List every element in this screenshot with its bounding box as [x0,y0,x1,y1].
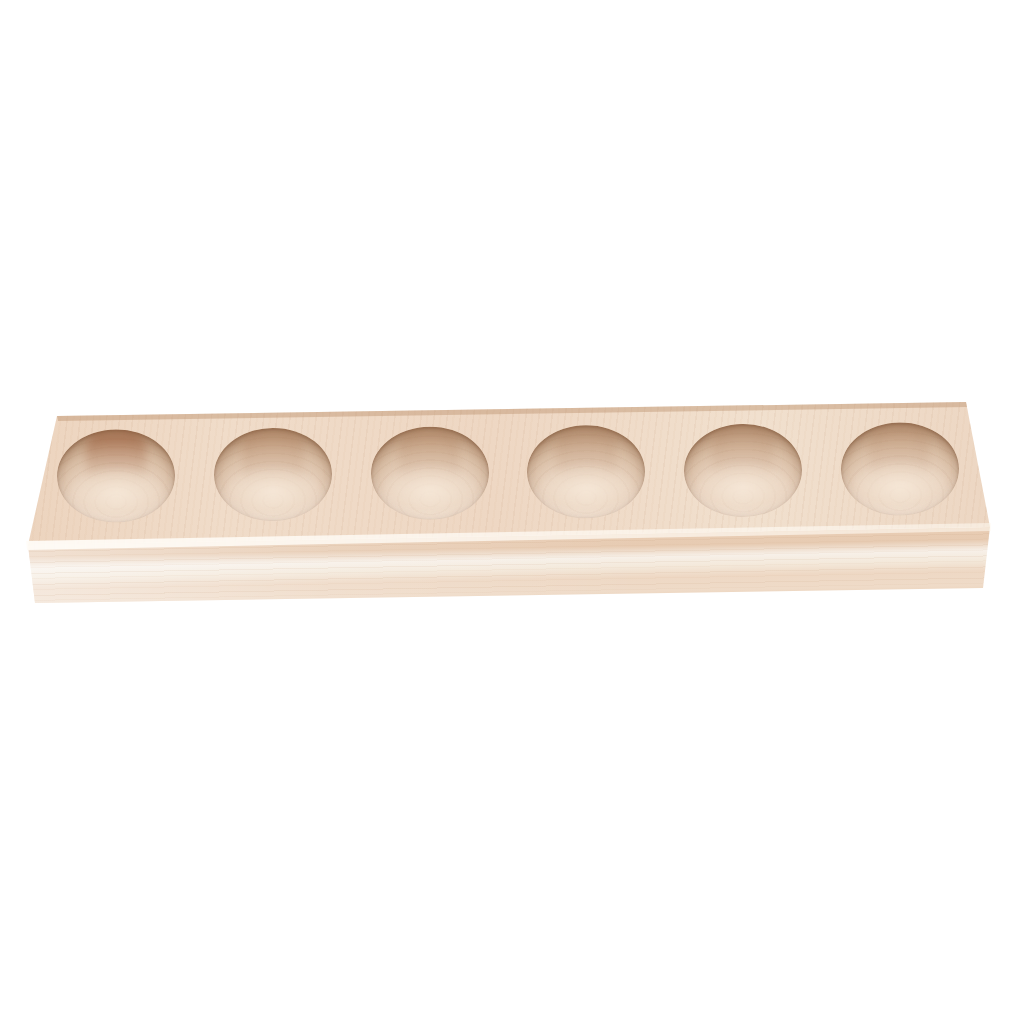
pit-2 [214,427,333,521]
pit-cell-1 [38,427,195,524]
product-photo [0,0,1024,1024]
pit-cell-5 [664,421,822,518]
pit-1 [57,428,176,522]
pit-floor [693,461,793,514]
pit-cell-4 [508,423,665,520]
pit-6 [840,422,959,516]
pit-cell-3 [351,424,509,521]
pit-floor [537,463,637,516]
pit-cell-2 [194,425,352,522]
pit-floor [380,464,480,517]
pit-floor [850,460,950,513]
pit-4 [527,424,646,518]
pit-floor [223,465,323,518]
pit-3 [370,426,489,520]
pit-floor [67,467,167,520]
pit-5 [684,423,803,517]
pit-cell-6 [821,420,979,517]
pit-row [38,420,979,524]
